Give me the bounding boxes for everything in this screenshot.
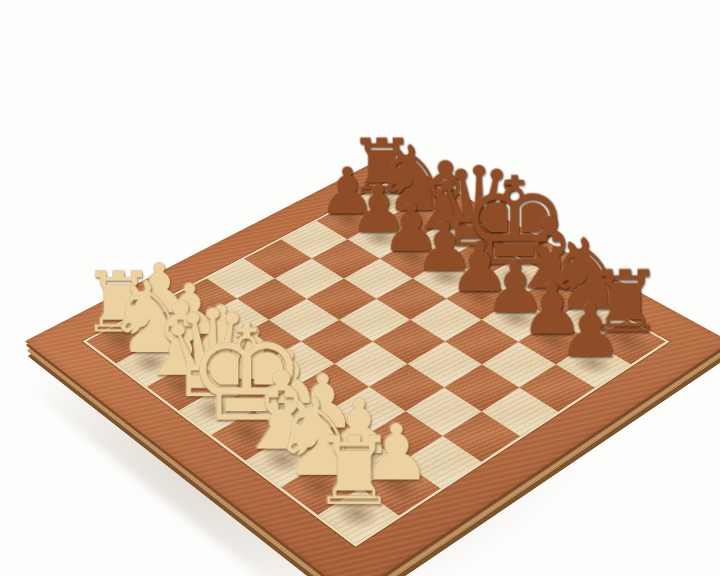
white-rook-h1[interactable]: ♜ — [312, 427, 397, 517]
square-h1[interactable]: ♜ — [318, 488, 399, 544]
chess-set-photo: ♜♞♝♛♚♝♞♜♟♟♟♟♟♟♟♟♟♟♟♟♟♟♟♟♜♞♝♛♚♝♞♜ — [0, 0, 720, 576]
scene: ♜♞♝♛♚♝♞♜♟♟♟♟♟♟♟♟♟♟♟♟♟♟♟♟♜♞♝♛♚♝♞♜ — [0, 0, 720, 576]
chess-board: ♜♞♝♛♚♝♞♜♟♟♟♟♟♟♟♟♟♟♟♟♟♟♟♟♜♞♝♛♚♝♞♜ — [25, 155, 720, 576]
board-frame: ♜♞♝♛♚♝♞♜♟♟♟♟♟♟♟♟♟♟♟♟♟♟♟♟♜♞♝♛♚♝♞♜ — [25, 155, 720, 576]
black-pawn-h7[interactable]: ♟ — [558, 298, 622, 366]
page: { "game": "chess", "position": "rnbqkbnr… — [0, 0, 720, 576]
square-h7[interactable]: ♟ — [556, 342, 631, 388]
